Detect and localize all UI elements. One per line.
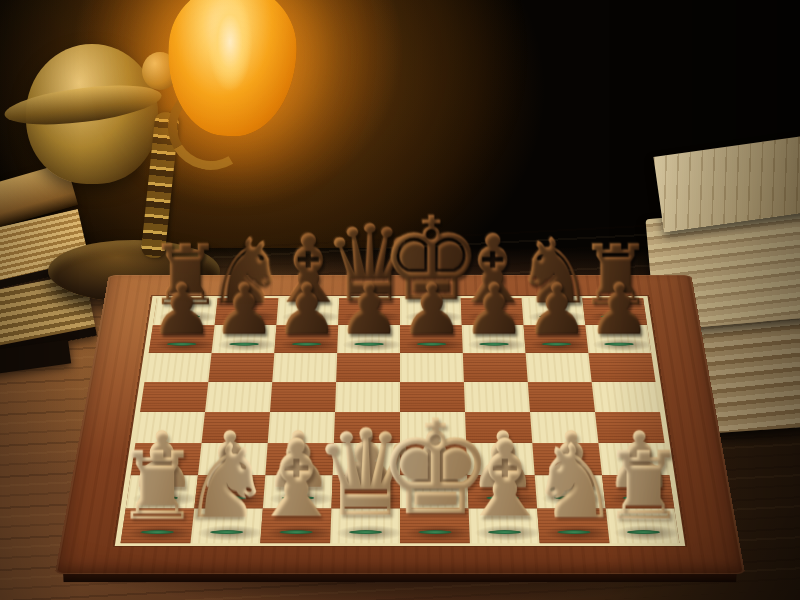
- square-h1[interactable]: ♜: [606, 509, 680, 544]
- piece-black-pawn[interactable]: ♟: [337, 274, 401, 345]
- square-g1[interactable]: ♞: [537, 509, 609, 544]
- square-h6[interactable]: [588, 353, 655, 382]
- photo-chess-scene: ♜♞♝♛♚♝♞♜♟♟♟♟♟♟♟♟♟♟♟♟♟♟♟♟♜♞♝♛♚♝♞♜: [0, 0, 800, 600]
- square-d6[interactable]: [336, 353, 400, 382]
- piece-black-pawn[interactable]: ♟: [149, 274, 213, 345]
- square-e6[interactable]: [400, 353, 464, 382]
- piece-black-pawn[interactable]: ♟: [212, 274, 276, 345]
- square-b5[interactable]: [205, 382, 272, 412]
- square-b7[interactable]: ♟: [212, 325, 277, 353]
- square-g6[interactable]: [526, 353, 592, 382]
- square-g5[interactable]: [528, 382, 595, 412]
- piece-black-pawn[interactable]: ♟: [524, 274, 588, 345]
- chessboard-scene: ♜♞♝♛♚♝♞♜♟♟♟♟♟♟♟♟♟♟♟♟♟♟♟♟♜♞♝♛♚♝♞♜: [84, 96, 716, 600]
- square-g7[interactable]: ♟: [524, 325, 589, 353]
- square-d7[interactable]: ♟: [337, 325, 400, 353]
- square-h5[interactable]: [592, 382, 660, 412]
- square-f7[interactable]: ♟: [462, 325, 526, 353]
- square-c6[interactable]: [272, 353, 337, 382]
- board-squares: ♜♞♝♛♚♝♞♜♟♟♟♟♟♟♟♟♟♟♟♟♟♟♟♟♜♞♝♛♚♝♞♜: [121, 298, 680, 543]
- square-a7[interactable]: ♟: [149, 325, 215, 353]
- square-e7[interactable]: ♟: [400, 325, 463, 353]
- piece-black-pawn[interactable]: ♟: [399, 274, 463, 345]
- piece-white-rook[interactable]: ♜: [601, 439, 685, 533]
- chessboard: ♜♞♝♛♚♝♞♜♟♟♟♟♟♟♟♟♟♟♟♟♟♟♟♟♜♞♝♛♚♝♞♜: [55, 275, 745, 574]
- piece-black-pawn[interactable]: ♟: [462, 274, 526, 345]
- square-f6[interactable]: [463, 353, 528, 382]
- square-a5[interactable]: [140, 382, 208, 412]
- square-c7[interactable]: ♟: [274, 325, 338, 353]
- board-frame: ♜♞♝♛♚♝♞♜♟♟♟♟♟♟♟♟♟♟♟♟♟♟♟♟♜♞♝♛♚♝♞♜: [55, 275, 745, 574]
- square-b6[interactable]: [208, 353, 274, 382]
- piece-black-pawn[interactable]: ♟: [587, 274, 651, 345]
- square-a6[interactable]: [144, 353, 211, 382]
- piece-black-pawn[interactable]: ♟: [274, 274, 338, 345]
- square-h7[interactable]: ♟: [585, 325, 651, 353]
